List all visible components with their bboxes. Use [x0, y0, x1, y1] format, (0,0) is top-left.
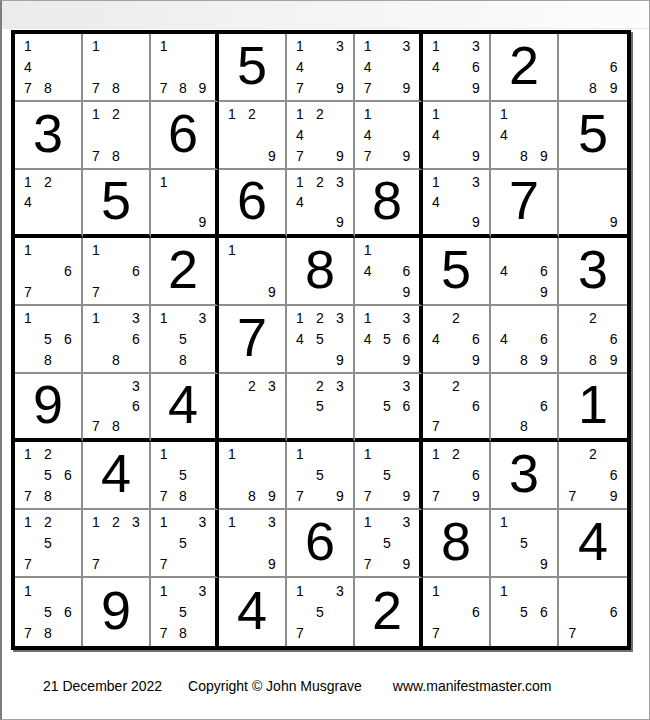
candidate-digit: 4	[358, 57, 377, 78]
cell-r6c4[interactable]: 23	[219, 374, 287, 442]
cell-r4c3[interactable]: 2	[151, 238, 219, 306]
cell-r7c7[interactable]: 12679	[423, 442, 491, 510]
pencil-marks: 1789	[151, 34, 215, 100]
cell-r3c7[interactable]: 1349	[423, 170, 491, 238]
empty-candidate-slot	[358, 349, 377, 370]
cell-r1c9[interactable]: 689	[559, 34, 627, 102]
candidate-digit: 7	[426, 623, 446, 644]
pencil-marks: 124	[15, 170, 81, 234]
given-digit: 5	[101, 173, 131, 227]
candidate-digit: 1	[494, 512, 514, 533]
pencil-marks: 356	[355, 374, 419, 438]
candidate-digit: 7	[154, 485, 173, 506]
candidate-digit: 9	[330, 485, 350, 506]
empty-candidate-slot	[242, 512, 262, 533]
empty-candidate-slot	[154, 601, 173, 622]
candidate-digit: 7	[290, 485, 310, 506]
empty-candidate-slot	[173, 580, 192, 601]
empty-candidate-slot	[262, 416, 282, 436]
empty-candidate-slot	[310, 192, 330, 212]
empty-candidate-slot	[193, 623, 212, 644]
empty-candidate-slot	[310, 125, 330, 146]
pencil-marks: 1368	[83, 306, 149, 372]
empty-candidate-slot	[534, 125, 554, 146]
empty-candidate-slot	[494, 533, 514, 554]
candidate-digit: 9	[603, 349, 624, 370]
empty-candidate-slot	[222, 416, 242, 436]
candidate-digit: 1	[18, 580, 38, 601]
candidate-digit: 3	[193, 308, 212, 329]
empty-candidate-slot	[377, 281, 396, 302]
candidate-digit: 4	[290, 329, 310, 350]
empty-candidate-slot	[154, 329, 173, 350]
empty-candidate-slot	[494, 240, 514, 261]
candidate-digit: 6	[126, 329, 146, 350]
candidate-digit: 7	[426, 416, 446, 436]
candidate-digit: 1	[494, 580, 514, 601]
empty-candidate-slot	[494, 281, 514, 302]
empty-candidate-slot	[562, 36, 583, 57]
cell-r2c4[interactable]: 129	[219, 102, 287, 170]
empty-candidate-slot	[377, 261, 396, 282]
cell-r4c6[interactable]: 1469	[355, 238, 423, 306]
cell-r3c9[interactable]: 9	[559, 170, 627, 238]
empty-candidate-slot	[494, 376, 514, 396]
cell-r1c1[interactable]: 1478	[15, 34, 83, 102]
candidate-digit: 7	[154, 77, 173, 98]
pencil-marks: 1278	[83, 102, 149, 168]
cell-r7c5[interactable]: 1579	[287, 442, 355, 510]
candidate-digit: 7	[18, 485, 38, 506]
empty-candidate-slot	[426, 601, 446, 622]
candidate-digit: 8	[106, 145, 126, 166]
cell-r5c1[interactable]: 1568	[15, 306, 83, 374]
empty-candidate-slot	[58, 212, 78, 232]
cell-r6c3[interactable]: 4	[151, 374, 219, 442]
cell-r2c6[interactable]: 1479	[355, 102, 423, 170]
empty-candidate-slot	[222, 553, 242, 574]
cell-r8c4[interactable]: 139	[219, 510, 287, 578]
candidate-digit: 1	[86, 104, 106, 125]
candidate-digit: 2	[38, 512, 58, 533]
cell-r9c6[interactable]: 2	[355, 578, 423, 646]
pencil-marks: 12349	[287, 170, 353, 234]
empty-candidate-slot	[18, 533, 38, 554]
candidate-digit: 3	[262, 376, 282, 396]
candidate-digit: 6	[126, 261, 146, 282]
cell-r3c6[interactable]: 8	[355, 170, 423, 238]
candidate-digit: 2	[310, 104, 330, 125]
candidate-digit: 2	[310, 172, 330, 192]
empty-candidate-slot	[534, 376, 554, 396]
candidate-digit: 8	[38, 623, 58, 644]
cell-r9c4[interactable]: 4	[219, 578, 287, 646]
empty-candidate-slot	[154, 57, 173, 78]
empty-candidate-slot	[58, 623, 78, 644]
cell-r4c8[interactable]: 469	[491, 238, 559, 306]
empty-candidate-slot	[58, 444, 78, 465]
cell-r1c5[interactable]: 13479	[287, 34, 355, 102]
cell-r9c2[interactable]: 9	[83, 578, 151, 646]
footer-date: 21 December 2022	[43, 678, 162, 694]
empty-candidate-slot	[18, 329, 38, 350]
empty-candidate-slot	[514, 553, 534, 574]
empty-candidate-slot	[193, 553, 212, 574]
given-digit: 4	[237, 583, 267, 637]
empty-candidate-slot	[106, 240, 126, 261]
cell-r8c5[interactable]: 6	[287, 510, 355, 578]
candidate-digit: 9	[603, 485, 624, 506]
candidate-digit: 5	[310, 601, 330, 622]
empty-candidate-slot	[534, 512, 554, 533]
candidate-digit: 2	[446, 376, 466, 396]
candidate-digit: 4	[494, 261, 514, 282]
empty-candidate-slot	[290, 376, 310, 396]
empty-candidate-slot	[106, 125, 126, 146]
cell-r5c3[interactable]: 1358	[151, 306, 219, 374]
candidate-digit: 8	[38, 77, 58, 98]
empty-candidate-slot	[534, 240, 554, 261]
candidate-digit: 9	[534, 349, 554, 370]
empty-candidate-slot	[330, 601, 350, 622]
pencil-marks: 267	[423, 374, 489, 438]
candidate-digit: 5	[514, 533, 534, 554]
candidate-digit: 6	[58, 261, 78, 282]
empty-candidate-slot	[126, 416, 146, 436]
cell-r4c2[interactable]: 167	[83, 238, 151, 306]
candidate-digit: 3	[397, 308, 416, 329]
empty-candidate-slot	[562, 172, 583, 192]
cell-r8c7[interactable]: 8	[423, 510, 491, 578]
empty-candidate-slot	[310, 57, 330, 78]
empty-candidate-slot	[86, 396, 106, 416]
given-digit: 9	[33, 377, 63, 431]
cell-r7c9[interactable]: 2679	[559, 442, 627, 510]
cell-r6c5[interactable]: 235	[287, 374, 355, 442]
empty-candidate-slot	[106, 36, 126, 57]
cell-r1c3[interactable]: 1789	[151, 34, 219, 102]
cell-r7c6[interactable]: 1579	[355, 442, 423, 510]
candidate-digit: 4	[426, 192, 446, 212]
empty-candidate-slot	[193, 485, 212, 506]
empty-candidate-slot	[58, 308, 78, 329]
cell-r2c9[interactable]: 5	[559, 102, 627, 170]
cell-r1c4[interactable]: 5	[219, 34, 287, 102]
cell-r9c3[interactable]: 13578	[151, 578, 219, 646]
cell-r3c1[interactable]: 124	[15, 170, 83, 238]
candidate-digit: 3	[330, 36, 350, 57]
empty-candidate-slot	[358, 396, 377, 416]
empty-candidate-slot	[222, 533, 242, 554]
cell-r1c7[interactable]: 13469	[423, 34, 491, 102]
cell-r6c1[interactable]: 9	[15, 374, 83, 442]
pencil-marks: 67	[559, 578, 627, 646]
cell-r5c4[interactable]: 7	[219, 306, 287, 374]
empty-candidate-slot	[38, 36, 58, 57]
pencil-marks: 2469	[423, 306, 489, 372]
empty-candidate-slot	[583, 192, 604, 212]
candidate-digit: 6	[603, 57, 624, 78]
cell-r7c3[interactable]: 1578	[151, 442, 219, 510]
cell-r2c2[interactable]: 1278	[83, 102, 151, 170]
candidate-digit: 1	[86, 36, 106, 57]
header-band	[2, 1, 649, 29]
pencil-marks: 1349	[423, 170, 489, 234]
candidate-digit: 3	[262, 512, 282, 533]
candidate-digit: 6	[397, 329, 416, 350]
empty-candidate-slot	[446, 623, 466, 644]
cell-r8c2[interactable]: 1237	[83, 510, 151, 578]
cell-r7c1[interactable]: 125678	[15, 442, 83, 510]
empty-candidate-slot	[466, 623, 486, 644]
cell-r6c9[interactable]: 1	[559, 374, 627, 442]
empty-candidate-slot	[358, 465, 377, 486]
empty-candidate-slot	[222, 125, 242, 146]
candidate-digit: 9	[534, 553, 554, 574]
candidate-digit: 9	[262, 553, 282, 574]
empty-candidate-slot	[38, 580, 58, 601]
empty-candidate-slot	[494, 308, 514, 329]
candidate-digit: 7	[358, 485, 377, 506]
candidate-digit: 7	[562, 623, 583, 644]
empty-candidate-slot	[290, 349, 310, 370]
empty-candidate-slot	[262, 465, 282, 486]
candidate-digit: 1	[222, 512, 242, 533]
empty-candidate-slot	[38, 240, 58, 261]
pencil-marks: 167	[423, 578, 489, 646]
candidate-digit: 9	[193, 77, 212, 98]
pencil-marks: 123459	[287, 306, 353, 372]
empty-candidate-slot	[583, 172, 604, 192]
cell-r3c2[interactable]: 5	[83, 170, 151, 238]
candidate-digit: 9	[603, 212, 624, 232]
given-digit: 5	[578, 106, 608, 160]
given-digit: 4	[578, 514, 608, 568]
candidate-digit: 7	[290, 145, 310, 166]
empty-candidate-slot	[58, 580, 78, 601]
cell-r4c5[interactable]: 8	[287, 238, 355, 306]
pencil-marks: 15678	[15, 578, 81, 646]
empty-candidate-slot	[583, 623, 604, 644]
pencil-marks: 125678	[15, 442, 81, 508]
empty-candidate-slot	[562, 444, 583, 465]
empty-candidate-slot	[290, 212, 310, 232]
pencil-marks: 1469	[355, 238, 419, 304]
cell-r9c8[interactable]: 156	[491, 578, 559, 646]
empty-candidate-slot	[330, 329, 350, 350]
candidate-digit: 2	[583, 444, 604, 465]
candidate-digit: 6	[397, 396, 416, 416]
empty-candidate-slot	[466, 376, 486, 396]
empty-candidate-slot	[562, 349, 583, 370]
pencil-marks: 129	[219, 102, 285, 168]
cell-r5c8[interactable]: 4689	[491, 306, 559, 374]
empty-candidate-slot	[358, 416, 377, 436]
empty-candidate-slot	[397, 104, 416, 125]
empty-candidate-slot	[18, 212, 38, 232]
cell-r5c2[interactable]: 1368	[83, 306, 151, 374]
cell-r4c4[interactable]: 19	[219, 238, 287, 306]
cell-r2c5[interactable]: 12479	[287, 102, 355, 170]
cell-r3c3[interactable]: 19	[151, 170, 219, 238]
candidate-digit: 1	[290, 104, 310, 125]
cell-r5c7[interactable]: 2469	[423, 306, 491, 374]
empty-candidate-slot	[193, 349, 212, 370]
empty-candidate-slot	[330, 396, 350, 416]
empty-candidate-slot	[154, 192, 173, 212]
empty-candidate-slot	[58, 240, 78, 261]
cell-r2c7[interactable]: 149	[423, 102, 491, 170]
given-digit: 2	[509, 38, 539, 92]
cell-r9c7[interactable]: 167	[423, 578, 491, 646]
empty-candidate-slot	[397, 533, 416, 554]
empty-candidate-slot	[330, 465, 350, 486]
cell-r2c3[interactable]: 6	[151, 102, 219, 170]
candidate-digit: 4	[290, 192, 310, 212]
candidate-digit: 6	[534, 601, 554, 622]
empty-candidate-slot	[562, 308, 583, 329]
empty-candidate-slot	[426, 396, 446, 416]
candidate-digit: 6	[58, 601, 78, 622]
empty-candidate-slot	[377, 240, 396, 261]
empty-candidate-slot	[446, 36, 466, 57]
candidate-digit: 1	[222, 240, 242, 261]
candidate-digit: 1	[426, 444, 446, 465]
empty-candidate-slot	[397, 465, 416, 486]
pencil-marks: 189	[219, 442, 285, 508]
candidate-digit: 9	[262, 281, 282, 302]
empty-candidate-slot	[583, 329, 604, 350]
cell-r4c9[interactable]: 3	[559, 238, 627, 306]
empty-candidate-slot	[18, 465, 38, 486]
empty-candidate-slot	[514, 281, 534, 302]
empty-candidate-slot	[106, 533, 126, 554]
candidate-digit: 3	[330, 376, 350, 396]
candidate-digit: 6	[466, 57, 486, 78]
cell-r5c5[interactable]: 123459	[287, 306, 355, 374]
cell-r4c1[interactable]: 167	[15, 238, 83, 306]
given-digit: 3	[33, 106, 63, 160]
cell-r5c9[interactable]: 2689	[559, 306, 627, 374]
empty-candidate-slot	[262, 125, 282, 146]
cell-r3c5[interactable]: 12349	[287, 170, 355, 238]
candidate-digit: 6	[603, 601, 624, 622]
cell-r1c6[interactable]: 13479	[355, 34, 423, 102]
empty-candidate-slot	[446, 329, 466, 350]
empty-candidate-slot	[193, 533, 212, 554]
empty-candidate-slot	[494, 145, 514, 166]
cell-r6c2[interactable]: 3678	[83, 374, 151, 442]
candidate-digit: 1	[426, 104, 446, 125]
empty-candidate-slot	[330, 623, 350, 644]
empty-candidate-slot	[466, 192, 486, 212]
empty-candidate-slot	[310, 212, 330, 232]
empty-candidate-slot	[106, 261, 126, 282]
empty-candidate-slot	[426, 376, 446, 396]
pencil-marks: 12679	[423, 442, 489, 508]
candidate-digit: 5	[38, 533, 58, 554]
candidate-digit: 4	[358, 329, 377, 350]
empty-candidate-slot	[18, 601, 38, 622]
empty-candidate-slot	[86, 57, 106, 78]
cell-r9c9[interactable]: 67	[559, 578, 627, 646]
cell-r6c6[interactable]: 356	[355, 374, 423, 442]
empty-candidate-slot	[290, 416, 310, 436]
cell-r8c8[interactable]: 159	[491, 510, 559, 578]
empty-candidate-slot	[310, 145, 330, 166]
footer: 21 December 2022Copyright © John Musgrav…	[43, 677, 552, 695]
empty-candidate-slot	[446, 485, 466, 506]
empty-candidate-slot	[466, 416, 486, 436]
empty-candidate-slot	[583, 36, 604, 57]
empty-candidate-slot	[426, 77, 446, 98]
candidate-digit: 7	[86, 553, 106, 574]
empty-candidate-slot	[534, 580, 554, 601]
empty-candidate-slot	[310, 444, 330, 465]
empty-candidate-slot	[534, 308, 554, 329]
cell-r9c5[interactable]: 1357	[287, 578, 355, 646]
empty-candidate-slot	[310, 623, 330, 644]
candidate-digit: 1	[358, 444, 377, 465]
cell-r6c7[interactable]: 267	[423, 374, 491, 442]
empty-candidate-slot	[126, 36, 146, 57]
candidate-digit: 9	[397, 77, 416, 98]
empty-candidate-slot	[242, 281, 262, 302]
cell-r8c3[interactable]: 1357	[151, 510, 219, 578]
cell-r2c8[interactable]: 1489	[491, 102, 559, 170]
candidate-digit: 9	[603, 77, 624, 98]
cell-r7c4[interactable]: 189	[219, 442, 287, 510]
cell-r7c2[interactable]: 4	[83, 442, 151, 510]
pencil-marks: 1357	[287, 578, 353, 646]
empty-candidate-slot	[446, 416, 466, 436]
cell-r8c1[interactable]: 1257	[15, 510, 83, 578]
candidate-digit: 2	[242, 376, 262, 396]
empty-candidate-slot	[58, 512, 78, 533]
empty-candidate-slot	[173, 36, 192, 57]
candidate-digit: 1	[18, 172, 38, 192]
empty-candidate-slot	[514, 329, 534, 350]
cell-r7c8[interactable]: 3	[491, 442, 559, 510]
pencil-marks: 167	[83, 238, 149, 304]
candidate-digit: 9	[466, 212, 486, 232]
pencil-marks: 1237	[83, 510, 149, 576]
empty-candidate-slot	[126, 104, 146, 125]
cell-r4c7[interactable]: 5	[423, 238, 491, 306]
candidate-digit: 9	[262, 485, 282, 506]
cell-r9c1[interactable]: 15678	[15, 578, 83, 646]
cell-r2c1[interactable]: 3	[15, 102, 83, 170]
candidate-digit: 3	[126, 376, 146, 396]
cell-r1c8[interactable]: 2	[491, 34, 559, 102]
cell-r5c6[interactable]: 134569	[355, 306, 423, 374]
cell-r8c9[interactable]: 4	[559, 510, 627, 578]
empty-candidate-slot	[494, 416, 514, 436]
empty-candidate-slot	[534, 416, 554, 436]
empty-candidate-slot	[562, 465, 583, 486]
cell-r1c2[interactable]: 178	[83, 34, 151, 102]
cell-r8c6[interactable]: 13579	[355, 510, 423, 578]
cell-r3c8[interactable]: 7	[491, 170, 559, 238]
empty-candidate-slot	[290, 465, 310, 486]
empty-candidate-slot	[397, 240, 416, 261]
candidate-digit: 7	[562, 485, 583, 506]
empty-candidate-slot	[38, 308, 58, 329]
cell-r6c8[interactable]: 68	[491, 374, 559, 442]
empty-candidate-slot	[310, 580, 330, 601]
cell-r3c4[interactable]: 6	[219, 170, 287, 238]
given-digit: 6	[237, 173, 267, 227]
